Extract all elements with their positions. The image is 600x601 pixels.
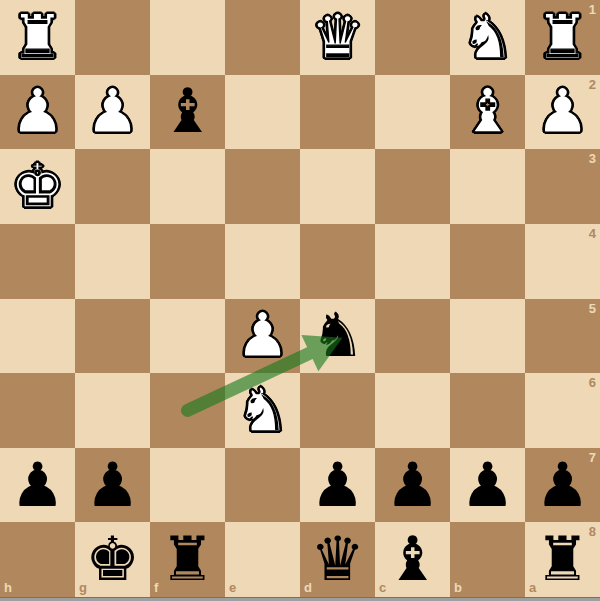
piece-white-pawn[interactable]: ♟ <box>235 304 290 365</box>
square-c2[interactable] <box>375 75 450 150</box>
piece-black-pawn[interactable]: ♟ <box>10 454 65 515</box>
file-label-e: e <box>229 581 236 594</box>
square-g1[interactable] <box>75 0 150 75</box>
rank-label-5: 5 <box>589 302 596 315</box>
square-h2[interactable]: ♟ <box>0 75 75 150</box>
square-f3[interactable] <box>150 149 225 224</box>
rank-label-3: 3 <box>589 152 596 165</box>
square-g3[interactable] <box>75 149 150 224</box>
square-c4[interactable] <box>375 224 450 299</box>
square-g6[interactable] <box>75 373 150 448</box>
file-label-h: h <box>4 581 12 594</box>
square-b4[interactable] <box>450 224 525 299</box>
square-d3[interactable] <box>300 149 375 224</box>
square-a6[interactable]: 6 <box>525 373 600 448</box>
piece-white-king[interactable]: ♚ <box>10 155 65 216</box>
piece-white-pawn[interactable]: ♟ <box>535 80 590 141</box>
square-d2[interactable] <box>300 75 375 150</box>
square-h3[interactable]: ♚ <box>0 149 75 224</box>
square-e2[interactable] <box>225 75 300 150</box>
piece-black-pawn[interactable]: ♟ <box>85 454 140 515</box>
square-f1[interactable] <box>150 0 225 75</box>
square-b1[interactable]: ♞ <box>450 0 525 75</box>
piece-black-bishop[interactable]: ♝ <box>160 80 215 141</box>
square-h1[interactable]: ♜ <box>0 0 75 75</box>
square-b5[interactable] <box>450 299 525 374</box>
square-g5[interactable] <box>75 299 150 374</box>
rank-label-8: 8 <box>589 525 596 538</box>
square-g2[interactable]: ♟ <box>75 75 150 150</box>
square-a7[interactable]: ♟7 <box>525 448 600 523</box>
square-b8[interactable]: b <box>450 522 525 597</box>
rank-label-1: 1 <box>589 3 596 16</box>
square-e4[interactable] <box>225 224 300 299</box>
square-h7[interactable]: ♟ <box>0 448 75 523</box>
square-g4[interactable] <box>75 224 150 299</box>
square-d4[interactable] <box>300 224 375 299</box>
square-b6[interactable] <box>450 373 525 448</box>
piece-black-bishop[interactable]: ♝ <box>385 528 440 589</box>
piece-white-knight[interactable]: ♞ <box>235 379 290 440</box>
piece-white-knight[interactable]: ♞ <box>460 6 515 67</box>
piece-black-rook[interactable]: ♜ <box>160 528 215 589</box>
page-bottom-strip <box>0 597 600 601</box>
piece-black-pawn[interactable]: ♟ <box>385 454 440 515</box>
piece-white-pawn[interactable]: ♟ <box>85 80 140 141</box>
square-f2[interactable]: ♝ <box>150 75 225 150</box>
piece-black-pawn[interactable]: ♟ <box>460 454 515 515</box>
square-e7[interactable] <box>225 448 300 523</box>
piece-white-rook[interactable]: ♜ <box>535 6 590 67</box>
square-d6[interactable] <box>300 373 375 448</box>
square-g8[interactable]: ♚g <box>75 522 150 597</box>
rank-label-6: 6 <box>589 376 596 389</box>
square-f5[interactable] <box>150 299 225 374</box>
square-g7[interactable]: ♟ <box>75 448 150 523</box>
square-a8[interactable]: ♜a8 <box>525 522 600 597</box>
square-e3[interactable] <box>225 149 300 224</box>
rank-label-2: 2 <box>589 78 596 91</box>
rank-label-7: 7 <box>589 451 596 464</box>
square-h4[interactable] <box>0 224 75 299</box>
file-label-f: f <box>154 581 158 594</box>
piece-black-king[interactable]: ♚ <box>85 528 140 589</box>
square-d5[interactable]: ♞ <box>300 299 375 374</box>
square-d8[interactable]: ♛d <box>300 522 375 597</box>
piece-black-queen[interactable]: ♛ <box>310 528 365 589</box>
square-d7[interactable]: ♟ <box>300 448 375 523</box>
square-c8[interactable]: ♝c <box>375 522 450 597</box>
piece-white-rook[interactable]: ♜ <box>10 6 65 67</box>
piece-black-knight[interactable]: ♞ <box>310 304 365 365</box>
square-a4[interactable]: 4 <box>525 224 600 299</box>
square-f8[interactable]: ♜f <box>150 522 225 597</box>
piece-black-pawn[interactable]: ♟ <box>535 454 590 515</box>
square-c1[interactable] <box>375 0 450 75</box>
file-label-b: b <box>454 581 462 594</box>
square-f6[interactable] <box>150 373 225 448</box>
square-b2[interactable]: ♝ <box>450 75 525 150</box>
square-c7[interactable]: ♟ <box>375 448 450 523</box>
square-e6[interactable]: ♞ <box>225 373 300 448</box>
square-a1[interactable]: ♜1 <box>525 0 600 75</box>
square-e8[interactable]: e <box>225 522 300 597</box>
square-c5[interactable] <box>375 299 450 374</box>
piece-white-bishop[interactable]: ♝ <box>460 80 515 141</box>
square-c3[interactable] <box>375 149 450 224</box>
piece-black-pawn[interactable]: ♟ <box>310 454 365 515</box>
piece-white-pawn[interactable]: ♟ <box>10 80 65 141</box>
piece-white-queen[interactable]: ♛ <box>310 6 365 67</box>
square-d1[interactable]: ♛ <box>300 0 375 75</box>
square-h6[interactable] <box>0 373 75 448</box>
square-a3[interactable]: 3 <box>525 149 600 224</box>
piece-black-rook[interactable]: ♜ <box>535 528 590 589</box>
chess-app: ♜♛♞♜1♟♟♝♝♟2♚34♟♞5♞6♟♟♟♟♟♟7h♚g♜fe♛d♝cb♜a8 <box>0 0 600 601</box>
square-e5[interactable]: ♟ <box>225 299 300 374</box>
square-e1[interactable] <box>225 0 300 75</box>
square-a5[interactable]: 5 <box>525 299 600 374</box>
square-b7[interactable]: ♟ <box>450 448 525 523</box>
rank-label-4: 4 <box>589 227 596 240</box>
square-f7[interactable] <box>150 448 225 523</box>
square-c6[interactable] <box>375 373 450 448</box>
square-b3[interactable] <box>450 149 525 224</box>
square-f4[interactable] <box>150 224 225 299</box>
square-a2[interactable]: ♟2 <box>525 75 600 150</box>
square-h5[interactable] <box>0 299 75 374</box>
chess-board: ♜♛♞♜1♟♟♝♝♟2♚34♟♞5♞6♟♟♟♟♟♟7h♚g♜fe♛d♝cb♜a8 <box>0 0 600 597</box>
square-h8[interactable]: h <box>0 522 75 597</box>
